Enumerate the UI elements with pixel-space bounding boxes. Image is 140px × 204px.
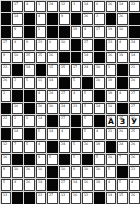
codeword-cell[interactable]: 24	[82, 64, 93, 76]
black-cell	[117, 64, 128, 76]
cell-code-number: 27	[61, 91, 65, 94]
cell-code-number: 23	[131, 167, 135, 170]
codeword-cell[interactable]: 22	[1, 115, 12, 127]
codeword-cell[interactable]: 26	[117, 13, 128, 25]
cell-code-number: 4	[84, 27, 86, 30]
cell-code-number: 20	[96, 78, 100, 81]
cell-code-number: 1	[26, 116, 28, 119]
cell-code-number: 5	[73, 142, 75, 145]
cell-code-number: 17	[3, 40, 7, 43]
codeword-cell[interactable]: 9	[12, 26, 23, 38]
codeword-cell[interactable]: 16	[12, 103, 23, 115]
cell-code-number: 26	[84, 14, 88, 17]
codeword-cell[interactable]: 23	[36, 39, 47, 51]
codeword-cell[interactable]: 16	[106, 1, 117, 13]
codeword-cell[interactable]: 27	[59, 90, 70, 102]
codeword-cell[interactable]: 23	[129, 166, 140, 178]
cell-code-number: 23	[38, 40, 42, 43]
codeword-cell[interactable]: 26	[36, 103, 47, 115]
codeword-cell[interactable]: 10	[94, 64, 105, 76]
codeword-cell[interactable]: 5	[82, 90, 93, 102]
cell-code-number: 16	[108, 2, 112, 5]
cell-code-number: 4	[14, 180, 16, 183]
codeword-cell[interactable]: 25	[36, 52, 47, 64]
cell-code-number: 14	[49, 78, 53, 81]
cell-code-number: 14	[14, 129, 18, 132]
codeword-cell[interactable]: 14	[47, 128, 58, 140]
codeword-cell[interactable]: 10	[82, 166, 93, 178]
cell-code-number: 14	[96, 104, 100, 107]
codeword-cell[interactable]: 26	[129, 141, 140, 153]
codeword-cell[interactable]: 6	[94, 1, 105, 13]
codeword-cell[interactable]: 1	[36, 26, 47, 38]
codeword-cell[interactable]: 9	[1, 52, 12, 64]
cell-code-number: 24	[49, 91, 53, 94]
codeword-cell[interactable]: 5	[82, 115, 93, 127]
codeword-cell[interactable]: 14	[106, 192, 117, 204]
cell-code-number: 13	[61, 193, 65, 196]
codeword-cell[interactable]: 14	[47, 77, 58, 89]
cell-code-number: 14	[131, 53, 135, 56]
codeword-cell[interactable]: 10	[47, 103, 58, 115]
codeword-cell[interactable]: 1	[106, 64, 117, 76]
codeword-cell[interactable]: 13	[59, 192, 70, 204]
cell-code-number: 7	[14, 142, 16, 145]
codeword-cell[interactable]: 21	[106, 128, 117, 140]
cell-code-number: 2	[3, 91, 5, 94]
black-cell	[1, 1, 12, 13]
codeword-cell[interactable]: 5	[94, 154, 105, 166]
codeword-cell[interactable]: 4	[36, 13, 47, 25]
cell-code-number: 23	[73, 104, 77, 107]
black-cell	[71, 39, 82, 51]
black-cell	[71, 128, 82, 140]
cell-code-number: 4	[38, 142, 40, 145]
codeword-cell[interactable]: 4	[24, 1, 35, 13]
cell-code-number: 26	[131, 142, 135, 145]
cell-code-number: 26	[26, 167, 30, 170]
codeword-cell[interactable]: 4	[82, 26, 93, 38]
cell-code-number: 14	[26, 65, 30, 68]
codeword-cell[interactable]: 1	[12, 115, 23, 127]
cell-code-number: 25	[61, 65, 65, 68]
codeword-cell[interactable]: 27	[59, 179, 70, 191]
cell-code-number: 26	[49, 53, 53, 56]
codeword-cell[interactable]: 26	[24, 166, 35, 178]
cell-code-number: 27	[84, 40, 88, 43]
black-cell	[94, 115, 105, 127]
codeword-cell[interactable]: 5	[117, 179, 128, 191]
codeword-cell[interactable]: 14	[36, 115, 47, 127]
codeword-cell[interactable]: 10	[59, 166, 70, 178]
cell-code-number: 24	[61, 104, 65, 107]
black-cell	[71, 52, 82, 64]
codeword-cell[interactable]: 20	[94, 77, 105, 89]
cell-code-number: 23	[131, 2, 135, 5]
cell-code-number: 23	[3, 65, 7, 68]
black-cell	[24, 26, 35, 38]
codeword-cell[interactable]: 7	[12, 141, 23, 153]
codeword-cell[interactable]: 23	[129, 1, 140, 13]
cell-code-number: 14	[108, 193, 112, 196]
cell-code-number: 22	[3, 116, 7, 119]
cell-code-number: 5	[49, 155, 51, 158]
codeword-cell[interactable]: 13	[1, 192, 12, 204]
codeword-cell[interactable]: 19	[106, 26, 117, 38]
black-cell	[47, 166, 58, 178]
codeword-cell[interactable]: 25	[129, 128, 140, 140]
black-cell	[94, 52, 105, 64]
cell-code-number: 4	[38, 91, 40, 94]
codeword-cell[interactable]: 26	[117, 128, 128, 140]
codeword-cell[interactable]: 27	[129, 103, 140, 115]
codeword-cell[interactable]: 26	[47, 52, 58, 64]
codeword-cell[interactable]: 10	[12, 166, 23, 178]
cell-code-number: 9	[14, 27, 16, 30]
black-cell	[12, 154, 23, 166]
codeword-cell[interactable]: 16	[82, 179, 93, 191]
cell-code-number: 1	[108, 65, 110, 68]
cell-code-number: 14	[84, 53, 88, 56]
black-cell	[24, 128, 35, 140]
black-cell	[117, 166, 128, 178]
codeword-cell[interactable]: 27	[59, 115, 70, 127]
cell-code-number: 5	[3, 180, 5, 183]
cell-code-number: 9	[38, 155, 40, 158]
cell-code-number: 27	[49, 193, 53, 196]
cell-code-number: 1	[14, 116, 16, 119]
cell-code-number: 4	[119, 91, 121, 94]
cell-code-number: 10	[14, 53, 18, 56]
cell-code-number: 4	[108, 180, 110, 183]
cell-code-number: 26	[26, 180, 30, 183]
codeword-cell[interactable]: 4	[106, 179, 117, 191]
codeword-cell[interactable]: 23	[106, 39, 117, 51]
cell-code-number: 13	[3, 193, 7, 196]
codeword-cell[interactable]: 16	[1, 154, 12, 166]
codeword-cell[interactable]: 23	[1, 64, 12, 76]
cell-code-number: 26	[131, 155, 135, 158]
black-cell	[1, 26, 12, 38]
codeword-cell[interactable]: 17	[71, 64, 82, 76]
codeword-cell[interactable]: 5	[71, 141, 82, 153]
codeword-cell[interactable]: 15	[117, 192, 128, 204]
black-cell	[12, 192, 23, 204]
codeword-cell[interactable]: 10	[117, 26, 128, 38]
codeword-cell[interactable]: 9	[59, 13, 70, 25]
codeword-cell[interactable]: 19	[71, 26, 82, 38]
cell-code-number: 2	[14, 78, 16, 81]
cell-code-number: 3	[73, 2, 75, 5]
codeword-cell[interactable]: 4	[59, 128, 70, 140]
codeword-cell[interactable]: 10	[59, 39, 70, 51]
codeword-cell[interactable]: 7	[117, 154, 128, 166]
cell-code-number: 9	[73, 167, 75, 170]
cell-code-number: 24	[61, 142, 65, 145]
codeword-cell[interactable]: 19	[106, 90, 117, 102]
codeword-cell[interactable]: 25	[59, 64, 70, 76]
codeword-cell[interactable]: 16А	[106, 115, 117, 127]
codeword-cell[interactable]: 19	[106, 77, 117, 89]
black-cell	[71, 13, 82, 25]
codeword-cell[interactable]: 4	[12, 179, 23, 191]
codeword-cell[interactable]: 12	[1, 141, 12, 153]
codeword-cell[interactable]: 5	[36, 128, 47, 140]
cell-code-number: 27	[61, 180, 65, 183]
codeword-cell[interactable]: 9	[1, 166, 12, 178]
cell-code-number: 10	[61, 167, 65, 170]
codeword-cell[interactable]: 23	[36, 192, 47, 204]
codeword-cell[interactable]: 24	[59, 141, 70, 153]
codeword-cell[interactable]: 24	[47, 90, 58, 102]
codeword-cell[interactable]: 24	[117, 141, 128, 153]
codeword-cell[interactable]: 26	[24, 179, 35, 191]
codeword-cell[interactable]: 27	[82, 39, 93, 51]
codeword-cell[interactable]: 5	[24, 77, 35, 89]
codeword-cell[interactable]: 4	[36, 141, 47, 153]
cell-code-number: 24	[49, 2, 53, 5]
codeword-cell[interactable]: 4	[129, 179, 140, 191]
cell-code-number: 21	[108, 129, 112, 132]
cell-code-number: 20	[108, 155, 112, 158]
cell-code-number: 4	[96, 129, 98, 132]
cell-code-number: 27	[61, 116, 65, 119]
cell-code-number: 14	[84, 2, 88, 5]
cell-code-number: 24	[84, 65, 88, 68]
codeword-cell[interactable]: 5	[47, 154, 58, 166]
cell-code-number: 25	[38, 53, 42, 56]
cell-code-number: 15	[119, 193, 123, 196]
codeword-cell[interactable]: 9	[71, 166, 82, 178]
cell-code-number: 4	[38, 14, 40, 17]
codeword-cell[interactable]: 14	[82, 1, 93, 13]
codeword-cell[interactable]: 14	[94, 103, 105, 115]
codeword-cell[interactable]: 26	[106, 52, 117, 64]
codeword-cell[interactable]: 25З	[117, 115, 128, 127]
codeword-cell[interactable]: 19	[117, 52, 128, 64]
codeword-cell[interactable]: 19	[94, 179, 105, 191]
cell-code-number: 5	[38, 129, 40, 132]
cell-code-number: 10	[61, 40, 65, 43]
cell-code-number: 26	[119, 129, 123, 132]
black-cell	[36, 64, 47, 76]
codeword-cell[interactable]: 5	[24, 141, 35, 153]
codeword-cell[interactable]: 10	[106, 103, 117, 115]
cell-code-number: 23	[108, 40, 112, 43]
cell-code-number: 5	[73, 155, 75, 158]
codeword-cell[interactable]: 4	[117, 39, 128, 51]
black-cell	[24, 90, 35, 102]
codeword-cell[interactable]: 14	[117, 1, 128, 13]
black-cell	[47, 13, 58, 25]
codeword-cell[interactable]: 17	[94, 26, 105, 38]
codeword-cell[interactable]: 10	[36, 166, 47, 178]
cell-code-number: 14	[38, 116, 42, 119]
codeword-cell[interactable]: 3	[71, 1, 82, 13]
cell-code-number: 5	[84, 91, 86, 94]
codeword-cell[interactable]: 9	[36, 154, 47, 166]
cell-code-number: 5	[108, 167, 110, 170]
codeword-cell[interactable]: 2	[12, 77, 23, 89]
codeword-cell[interactable]: 20	[94, 166, 105, 178]
cell-code-number: 17	[14, 2, 18, 5]
cell-code-number: 1	[38, 27, 40, 30]
codeword-cell[interactable]: 14	[24, 64, 35, 76]
cell-code-number: 24	[131, 40, 135, 43]
codeword-cell[interactable]: 1	[36, 1, 47, 13]
codeword-cell[interactable]: 5	[82, 103, 93, 115]
codeword-cell[interactable]: 10	[12, 52, 23, 64]
cell-code-number: 17	[96, 27, 100, 30]
codeword-cell[interactable]: 15	[47, 64, 58, 76]
codeword-cell[interactable]: 20	[82, 141, 93, 153]
cell-code-number: 4	[26, 2, 28, 5]
codeword-cell[interactable]: 2	[1, 90, 12, 102]
cell-code-number: 7	[119, 155, 121, 158]
black-cell	[47, 26, 58, 38]
cell-code-number: 5	[26, 142, 28, 145]
cell-code-number: 10	[49, 104, 53, 107]
revealed-letter: А	[107, 118, 116, 126]
black-cell	[129, 13, 140, 25]
codeword-cell[interactable]: 12	[82, 192, 93, 204]
cell-code-number: 20	[131, 78, 135, 81]
black-cell	[1, 13, 12, 25]
codeword-cell[interactable]: 21	[129, 64, 140, 76]
cell-code-number: 14	[119, 2, 123, 5]
cell-code-number: 20	[84, 142, 88, 145]
codeword-cell[interactable]: 4	[36, 90, 47, 102]
codeword-cell[interactable]: 4	[117, 90, 128, 102]
cell-code-number: 1	[38, 2, 40, 5]
codeword-cell[interactable]: 5	[1, 179, 12, 191]
codeword-cell[interactable]: 14	[12, 13, 23, 25]
codeword-cell[interactable]: 4	[12, 39, 23, 51]
codeword-cell[interactable]: 14	[129, 52, 140, 64]
cell-code-number: 19	[119, 53, 123, 56]
black-cell	[82, 77, 93, 89]
black-cell	[12, 90, 23, 102]
codeword-cell[interactable]: 20	[129, 77, 140, 89]
black-cell	[117, 77, 128, 89]
black-cell	[24, 13, 35, 25]
cell-code-number: 23	[38, 193, 42, 196]
cell-code-number: 4	[14, 40, 16, 43]
black-cell	[117, 103, 128, 115]
black-cell	[59, 154, 70, 166]
codeword-cell[interactable]: 1	[24, 115, 35, 127]
codeword-cell[interactable]: 14	[36, 179, 47, 191]
cell-code-number: 19	[108, 27, 112, 30]
cell-code-number: 27	[131, 91, 135, 94]
cell-code-number: 19	[108, 91, 112, 94]
cell-code-number: 15	[49, 65, 53, 68]
cell-code-number: 14	[38, 180, 42, 183]
cell-code-number: 16	[84, 180, 88, 183]
black-cell	[94, 39, 105, 51]
black-cell	[94, 90, 105, 102]
codeword-cell[interactable]: 14	[82, 52, 93, 64]
codeword-cell[interactable]: 14	[71, 179, 82, 191]
codeword-cell[interactable]: 5	[71, 154, 82, 166]
revealed-letter: З	[118, 118, 127, 126]
cell-code-number: 3	[96, 14, 98, 17]
cell-code-number: 10	[84, 167, 88, 170]
black-cell	[47, 179, 58, 191]
codeword-cell[interactable]: 17	[12, 1, 23, 13]
black-cell	[106, 141, 117, 153]
codeword-cell[interactable]: 5	[106, 166, 117, 178]
cell-code-number: 26	[38, 104, 42, 107]
cell-code-number: 4	[119, 40, 121, 43]
codeword-cell[interactable]: 26	[129, 154, 140, 166]
codeword-cell[interactable]: 26	[129, 192, 140, 204]
cell-code-number: 4	[61, 129, 63, 132]
cell-code-number: 12	[61, 2, 65, 5]
cell-code-number: 10	[108, 104, 112, 107]
cell-code-number: 4	[131, 180, 133, 183]
codeword-cell[interactable]: 23	[71, 103, 82, 115]
codeword-cell[interactable]: 25	[24, 52, 35, 64]
codeword-cell[interactable]: 14	[12, 128, 23, 140]
codeword-cell[interactable]: 12	[59, 1, 70, 13]
black-cell	[24, 192, 35, 204]
codeword-cell[interactable]: 26	[82, 13, 93, 25]
codeword-cell[interactable]: 24	[59, 103, 70, 115]
cell-code-number: 16	[73, 193, 77, 196]
codeword-cell[interactable]: 16	[71, 192, 82, 204]
cell-code-number: 5	[73, 78, 75, 81]
codeword-cell[interactable]: 24	[47, 1, 58, 13]
cell-code-number: 19	[73, 27, 77, 30]
codeword-cell[interactable]: 20У	[129, 115, 140, 127]
codeword-cell[interactable]: 19	[94, 141, 105, 153]
black-cell	[82, 154, 93, 166]
codeword-cell[interactable]: 6	[47, 39, 58, 51]
cell-code-number: 4	[73, 91, 75, 94]
black-cell	[71, 115, 82, 127]
cell-code-number: 25	[26, 53, 30, 56]
codeword-cell[interactable]: 5	[82, 128, 93, 140]
codeword-cell[interactable]: 4	[94, 128, 105, 140]
cell-code-number: 6	[96, 2, 98, 5]
cell-code-number: 19	[96, 180, 100, 183]
cell-code-number: 5	[96, 155, 98, 158]
cell-code-number: 19	[108, 78, 112, 81]
codeword-cell[interactable]: 27	[129, 90, 140, 102]
cell-code-number: 11	[38, 78, 42, 81]
black-cell	[106, 13, 117, 25]
cell-code-number: 21	[131, 65, 135, 68]
cell-code-number: 5	[84, 129, 86, 132]
codeword-cell[interactable]: 3	[94, 13, 105, 25]
codeword-cell[interactable]: 26	[1, 77, 12, 89]
codeword-board: 1741241231461614231449263269119417191017…	[0, 0, 140, 204]
cell-code-number: 5	[26, 78, 28, 81]
cell-code-number: 10	[96, 65, 100, 68]
codeword-cell[interactable]: 9	[24, 39, 35, 51]
codeword-cell[interactable]: 5	[71, 77, 82, 89]
cell-code-number: 10	[38, 167, 42, 170]
cell-code-number: 12	[3, 142, 7, 145]
codeword-cell[interactable]: 24	[129, 39, 140, 51]
codeword-cell[interactable]: 27	[47, 192, 58, 204]
codeword-cell[interactable]: 11	[36, 77, 47, 89]
cell-code-number: 9	[3, 53, 5, 56]
codeword-cell[interactable]: 4	[71, 90, 82, 102]
codeword-cell[interactable]: 20	[106, 154, 117, 166]
codeword-cell[interactable]: 17	[1, 39, 12, 51]
